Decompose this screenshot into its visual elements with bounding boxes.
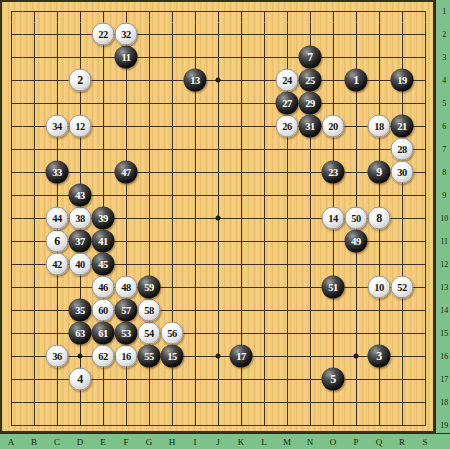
board-intersection[interactable] (207, 391, 230, 414)
move-number: 57 (121, 305, 131, 316)
board-intersection[interactable] (92, 138, 115, 161)
board-intersection[interactable] (253, 207, 276, 230)
board-intersection[interactable] (299, 391, 322, 414)
move-number: 49 (351, 236, 361, 247)
board-intersection[interactable] (253, 184, 276, 207)
move-number: 60 (98, 305, 108, 316)
board-intersection[interactable] (368, 391, 391, 414)
board-intersection[interactable] (92, 368, 115, 391)
board-intersection[interactable] (322, 230, 345, 253)
board-intersection[interactable] (184, 299, 207, 322)
board-intersection[interactable] (414, 184, 437, 207)
board-intersection[interactable] (184, 184, 207, 207)
board-intersection[interactable] (23, 207, 46, 230)
board-intersection[interactable] (345, 391, 368, 414)
board-intersection[interactable] (368, 92, 391, 115)
board-intersection[interactable] (322, 391, 345, 414)
board-intersection[interactable] (138, 138, 161, 161)
board-intersection[interactable] (138, 69, 161, 92)
board-intersection[interactable] (230, 46, 253, 69)
board-intersection[interactable] (368, 69, 391, 92)
board-intersection[interactable] (69, 391, 92, 414)
board-intersection[interactable] (230, 207, 253, 230)
column-label: D (77, 437, 84, 447)
board-intersection[interactable] (46, 322, 69, 345)
board-intersection[interactable] (0, 115, 23, 138)
board-intersection[interactable] (0, 184, 23, 207)
board-intersection[interactable] (414, 69, 437, 92)
board-intersection[interactable] (253, 391, 276, 414)
board-intersection[interactable] (23, 322, 46, 345)
board-intersection[interactable] (253, 253, 276, 276)
board-intersection[interactable] (414, 23, 437, 46)
stone-move-17: 17 (230, 345, 253, 368)
board-intersection[interactable] (138, 184, 161, 207)
board-intersection[interactable] (23, 161, 46, 184)
board-intersection[interactable] (322, 299, 345, 322)
board-intersection[interactable] (0, 92, 23, 115)
board-intersection[interactable] (23, 276, 46, 299)
board-intersection[interactable] (92, 161, 115, 184)
board-intersection[interactable] (299, 345, 322, 368)
board-intersection[interactable] (184, 276, 207, 299)
board-intersection[interactable] (23, 391, 46, 414)
board-intersection[interactable] (299, 161, 322, 184)
board-intersection[interactable] (161, 69, 184, 92)
board-intersection[interactable] (322, 345, 345, 368)
board-intersection[interactable] (368, 299, 391, 322)
stone-move-26: 26 (276, 115, 299, 138)
board-intersection[interactable] (276, 161, 299, 184)
board-intersection[interactable] (0, 230, 23, 253)
board-intersection[interactable] (0, 391, 23, 414)
board-intersection[interactable] (23, 299, 46, 322)
board-intersection[interactable] (69, 0, 92, 23)
board-intersection[interactable] (184, 345, 207, 368)
board-intersection[interactable] (276, 138, 299, 161)
board-intersection[interactable] (230, 115, 253, 138)
board-intersection[interactable] (207, 0, 230, 23)
board-intersection[interactable] (115, 138, 138, 161)
star-point (216, 354, 221, 359)
board-intersection[interactable] (391, 391, 414, 414)
board-intersection[interactable] (0, 161, 23, 184)
board-intersection[interactable] (253, 23, 276, 46)
board-intersection[interactable] (414, 299, 437, 322)
stone-move-31: 31 (299, 115, 322, 138)
board-intersection[interactable] (345, 138, 368, 161)
board-intersection[interactable] (276, 46, 299, 69)
board-intersection[interactable] (368, 46, 391, 69)
board-intersection[interactable] (345, 115, 368, 138)
board-intersection[interactable] (414, 207, 437, 230)
move-number: 29 (305, 98, 315, 109)
board-intersection[interactable] (184, 138, 207, 161)
board-intersection[interactable] (0, 69, 23, 92)
board-intersection[interactable] (46, 299, 69, 322)
board-intersection[interactable] (138, 161, 161, 184)
board-intersection[interactable] (414, 230, 437, 253)
board-intersection[interactable] (276, 184, 299, 207)
board-intersection[interactable] (414, 92, 437, 115)
board-intersection[interactable] (345, 299, 368, 322)
board-intersection[interactable] (253, 322, 276, 345)
board-intersection[interactable] (184, 368, 207, 391)
board-intersection[interactable] (230, 230, 253, 253)
board-intersection[interactable] (368, 322, 391, 345)
board-intersection[interactable] (391, 23, 414, 46)
board-intersection[interactable] (115, 253, 138, 276)
board-intersection[interactable] (23, 184, 46, 207)
board-intersection[interactable] (345, 46, 368, 69)
board-intersection[interactable] (161, 92, 184, 115)
move-number: 15 (167, 351, 177, 362)
board-intersection[interactable] (253, 92, 276, 115)
board-intersection[interactable] (299, 253, 322, 276)
board-intersection[interactable] (0, 23, 23, 46)
board-intersection[interactable] (322, 253, 345, 276)
board-intersection[interactable] (115, 368, 138, 391)
board-intersection[interactable] (184, 207, 207, 230)
board-intersection[interactable] (299, 138, 322, 161)
board-intersection[interactable] (184, 322, 207, 345)
board-intersection[interactable] (368, 184, 391, 207)
board-intersection[interactable] (0, 138, 23, 161)
board-intersection[interactable] (46, 23, 69, 46)
board-intersection[interactable] (345, 92, 368, 115)
board-intersection[interactable] (138, 92, 161, 115)
board-intersection[interactable] (391, 322, 414, 345)
board-intersection[interactable] (345, 184, 368, 207)
board-intersection[interactable] (161, 0, 184, 23)
board-intersection[interactable] (46, 0, 69, 23)
board-intersection[interactable] (230, 138, 253, 161)
board-intersection[interactable] (414, 253, 437, 276)
board-intersection[interactable] (184, 23, 207, 46)
board-intersection[interactable] (322, 138, 345, 161)
board-intersection[interactable] (230, 253, 253, 276)
board-intersection[interactable] (69, 92, 92, 115)
board-intersection[interactable] (184, 161, 207, 184)
board-intersection[interactable] (276, 368, 299, 391)
board-intersection[interactable] (253, 46, 276, 69)
board-intersection[interactable] (391, 92, 414, 115)
board-intersection[interactable] (345, 23, 368, 46)
board-intersection[interactable] (69, 23, 92, 46)
board-intersection[interactable] (230, 322, 253, 345)
board-intersection[interactable] (115, 69, 138, 92)
board-intersection[interactable] (253, 299, 276, 322)
board-intersection[interactable] (0, 207, 23, 230)
board-intersection[interactable] (92, 184, 115, 207)
board-intersection[interactable] (207, 322, 230, 345)
move-number: 9 (376, 165, 382, 180)
board-intersection[interactable] (230, 299, 253, 322)
board-intersection[interactable] (161, 391, 184, 414)
board-intersection[interactable] (161, 230, 184, 253)
board-intersection[interactable] (23, 368, 46, 391)
board-intersection[interactable] (299, 368, 322, 391)
board-intersection[interactable] (184, 230, 207, 253)
board-intersection[interactable] (253, 345, 276, 368)
board-intersection[interactable] (161, 138, 184, 161)
board-intersection[interactable] (276, 23, 299, 46)
board-intersection[interactable] (92, 69, 115, 92)
stone-move-27: 27 (276, 92, 299, 115)
board-intersection[interactable] (414, 161, 437, 184)
board-intersection[interactable] (322, 46, 345, 69)
board-intersection[interactable] (230, 69, 253, 92)
board-intersection[interactable] (368, 138, 391, 161)
board-intersection[interactable] (69, 161, 92, 184)
board-intersection[interactable] (0, 345, 23, 368)
board-intersection[interactable] (138, 368, 161, 391)
board-intersection[interactable] (115, 0, 138, 23)
board-intersection[interactable] (276, 322, 299, 345)
board-intersection[interactable] (92, 391, 115, 414)
board-intersection[interactable] (299, 276, 322, 299)
board-intersection[interactable] (322, 0, 345, 23)
board-intersection[interactable] (391, 368, 414, 391)
board-intersection[interactable] (207, 161, 230, 184)
board-intersection[interactable] (414, 345, 437, 368)
board-intersection[interactable] (138, 230, 161, 253)
board-intersection[interactable] (115, 184, 138, 207)
board-intersection[interactable] (161, 115, 184, 138)
board-intersection[interactable] (23, 115, 46, 138)
board-intersection[interactable] (184, 0, 207, 23)
board-intersection[interactable] (46, 138, 69, 161)
board-intersection[interactable] (161, 23, 184, 46)
board-intersection[interactable] (184, 92, 207, 115)
move-number: 39 (98, 213, 108, 224)
board-intersection[interactable] (276, 253, 299, 276)
board-intersection[interactable] (138, 207, 161, 230)
board-intersection[interactable] (322, 23, 345, 46)
board-intersection[interactable] (345, 253, 368, 276)
board-intersection[interactable] (368, 368, 391, 391)
board-intersection[interactable] (391, 207, 414, 230)
board-intersection[interactable] (92, 115, 115, 138)
board-intersection[interactable] (161, 46, 184, 69)
board-intersection[interactable] (207, 184, 230, 207)
board-intersection[interactable] (46, 368, 69, 391)
row-label: 18 (440, 398, 448, 407)
board-intersection[interactable] (253, 161, 276, 184)
board-intersection[interactable] (230, 391, 253, 414)
board-intersection[interactable] (322, 184, 345, 207)
move-number: 7 (307, 50, 313, 65)
board-intersection[interactable] (138, 115, 161, 138)
board-intersection[interactable] (253, 368, 276, 391)
board-intersection[interactable] (92, 46, 115, 69)
board-intersection[interactable] (299, 322, 322, 345)
board-intersection[interactable] (0, 368, 23, 391)
board-intersection[interactable] (391, 230, 414, 253)
board-intersection[interactable] (414, 276, 437, 299)
board-intersection[interactable] (230, 368, 253, 391)
board-intersection[interactable] (391, 253, 414, 276)
board-intersection[interactable] (253, 230, 276, 253)
board-intersection[interactable] (207, 46, 230, 69)
column-label: Q (376, 437, 383, 447)
board-intersection[interactable] (414, 0, 437, 23)
board-intersection[interactable] (345, 368, 368, 391)
board-intersection[interactable] (207, 276, 230, 299)
board-intersection[interactable] (23, 23, 46, 46)
board-intersection[interactable] (161, 299, 184, 322)
stone-move-18: 18 (368, 115, 391, 138)
board-intersection[interactable] (299, 230, 322, 253)
board-intersection[interactable] (161, 276, 184, 299)
board-intersection[interactable] (230, 0, 253, 23)
board-intersection[interactable] (276, 345, 299, 368)
board-intersection[interactable] (115, 92, 138, 115)
board-intersection[interactable] (0, 299, 23, 322)
board-intersection[interactable] (414, 115, 437, 138)
board-intersection[interactable] (138, 253, 161, 276)
board-intersection[interactable] (391, 299, 414, 322)
board-intersection[interactable] (207, 368, 230, 391)
board-intersection[interactable] (414, 46, 437, 69)
board-intersection[interactable] (161, 368, 184, 391)
board-intersection[interactable] (391, 0, 414, 23)
board-intersection[interactable] (230, 23, 253, 46)
board-intersection[interactable] (69, 46, 92, 69)
board-intersection[interactable] (345, 276, 368, 299)
board-intersection[interactable] (253, 0, 276, 23)
board-intersection[interactable] (368, 230, 391, 253)
row-label: 6 (442, 122, 446, 131)
board-intersection[interactable] (276, 276, 299, 299)
board-intersection[interactable] (46, 391, 69, 414)
board-intersection[interactable] (184, 391, 207, 414)
board-intersection[interactable] (0, 46, 23, 69)
board-intersection[interactable] (138, 0, 161, 23)
board-intersection[interactable] (368, 23, 391, 46)
board-intersection[interactable] (276, 299, 299, 322)
board-intersection[interactable] (207, 299, 230, 322)
board-intersection[interactable] (46, 276, 69, 299)
board-intersection[interactable] (69, 276, 92, 299)
board-intersection[interactable] (92, 92, 115, 115)
board-intersection[interactable] (0, 322, 23, 345)
board-intersection[interactable] (345, 161, 368, 184)
board-intersection[interactable] (322, 69, 345, 92)
board-intersection[interactable] (46, 46, 69, 69)
board-intersection[interactable] (184, 46, 207, 69)
board-intersection[interactable] (23, 46, 46, 69)
board-intersection[interactable] (0, 276, 23, 299)
board-intersection[interactable] (299, 207, 322, 230)
board-intersection[interactable] (345, 322, 368, 345)
board-intersection[interactable] (253, 115, 276, 138)
board-intersection[interactable] (92, 0, 115, 23)
board-intersection[interactable] (230, 276, 253, 299)
board-intersection[interactable] (276, 0, 299, 23)
board-intersection[interactable] (23, 345, 46, 368)
board-intersection[interactable] (230, 161, 253, 184)
board-intersection[interactable] (253, 276, 276, 299)
board-intersection[interactable] (391, 345, 414, 368)
board-intersection[interactable] (276, 207, 299, 230)
move-number: 10 (374, 282, 384, 293)
board-intersection[interactable] (207, 23, 230, 46)
board-intersection[interactable] (207, 115, 230, 138)
board-intersection[interactable] (115, 230, 138, 253)
board-intersection[interactable] (161, 253, 184, 276)
board-intersection[interactable] (115, 115, 138, 138)
board-intersection[interactable] (414, 368, 437, 391)
stone-move-46: 46 (92, 276, 115, 299)
board-intersection[interactable] (184, 115, 207, 138)
board-intersection[interactable] (322, 92, 345, 115)
board-intersection[interactable] (138, 391, 161, 414)
board-intersection[interactable] (46, 92, 69, 115)
board-intersection[interactable] (207, 253, 230, 276)
board-intersection[interactable] (115, 391, 138, 414)
board-intersection[interactable] (414, 138, 437, 161)
board-intersection[interactable] (23, 138, 46, 161)
board-intersection[interactable] (276, 230, 299, 253)
board-intersection[interactable] (391, 184, 414, 207)
board-intersection[interactable] (23, 92, 46, 115)
board-intersection[interactable] (391, 46, 414, 69)
board-intersection[interactable] (253, 138, 276, 161)
stone-move-22: 22 (92, 23, 115, 46)
board-intersection[interactable] (207, 138, 230, 161)
board-intersection[interactable] (322, 322, 345, 345)
board-intersection[interactable] (69, 138, 92, 161)
board-intersection[interactable] (23, 253, 46, 276)
board-intersection[interactable] (368, 0, 391, 23)
board-intersection[interactable] (368, 253, 391, 276)
board-intersection[interactable] (345, 0, 368, 23)
board-intersection[interactable] (230, 92, 253, 115)
board-intersection[interactable] (414, 391, 437, 414)
board-intersection[interactable] (230, 184, 253, 207)
board-intersection[interactable] (23, 0, 46, 23)
board-intersection[interactable] (299, 299, 322, 322)
board-intersection[interactable] (276, 391, 299, 414)
star-point (216, 216, 221, 221)
move-number: 38 (75, 213, 85, 224)
board-intersection[interactable] (299, 23, 322, 46)
board-intersection[interactable] (207, 230, 230, 253)
board-intersection[interactable] (414, 322, 437, 345)
board-intersection[interactable] (184, 253, 207, 276)
board-intersection[interactable] (0, 0, 23, 23)
board-intersection[interactable] (23, 230, 46, 253)
board-intersection[interactable] (161, 207, 184, 230)
move-number: 22 (98, 29, 108, 40)
board-intersection[interactable] (23, 69, 46, 92)
board-intersection[interactable] (138, 46, 161, 69)
move-number: 27 (282, 98, 292, 109)
board-intersection[interactable] (46, 69, 69, 92)
board-intersection[interactable] (299, 184, 322, 207)
board-intersection[interactable] (161, 184, 184, 207)
board-intersection[interactable] (207, 92, 230, 115)
board-intersection[interactable] (115, 207, 138, 230)
stone-move-14: 14 (322, 207, 345, 230)
board-intersection[interactable] (138, 23, 161, 46)
board-intersection[interactable] (253, 69, 276, 92)
board-intersection[interactable] (0, 253, 23, 276)
board-intersection[interactable] (161, 161, 184, 184)
board-intersection[interactable] (46, 184, 69, 207)
board-intersection[interactable] (299, 0, 322, 23)
